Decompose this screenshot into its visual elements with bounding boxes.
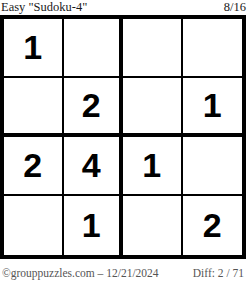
cell-r1c4[interactable] (183, 19, 243, 78)
cell-r2c3[interactable] (123, 78, 183, 137)
cell-r1c2[interactable] (64, 19, 124, 78)
cell-r4c3[interactable] (123, 196, 183, 255)
page-footer: ©grouppuzzles.com – 12/21/2024 Diff: 2 /… (2, 265, 244, 280)
cell-r1c1[interactable]: 1 (4, 19, 64, 78)
cell-r3c3[interactable]: 1 (123, 137, 183, 196)
page-header: Easy "Sudoku-4" 8/16 (1, 0, 246, 15)
sudoku-board: 1 2 1 2 4 1 1 2 (0, 15, 246, 259)
cell-r4c1[interactable] (4, 196, 64, 255)
cell-r2c1[interactable] (4, 78, 64, 137)
cell-r3c1[interactable]: 2 (4, 137, 64, 196)
cell-r1c3[interactable] (123, 19, 183, 78)
puzzle-page: Easy "Sudoku-4" 8/16 1 2 1 2 4 1 1 2 ©gr… (0, 0, 247, 282)
copyright-text: ©grouppuzzles.com – 12/21/2024 (2, 267, 159, 280)
puzzle-title: Easy "Sudoku-4" (1, 0, 87, 14)
difficulty-text: Diff: 2 / 71 (193, 267, 244, 280)
cell-r2c2[interactable]: 2 (64, 78, 124, 137)
cell-r2c4[interactable]: 1 (183, 78, 243, 137)
cell-r3c2[interactable]: 4 (64, 137, 124, 196)
cell-r4c4[interactable]: 2 (183, 196, 243, 255)
cell-r3c4[interactable] (183, 137, 243, 196)
cell-r4c2[interactable]: 1 (64, 196, 124, 255)
filled-count: 8/16 (224, 0, 246, 14)
